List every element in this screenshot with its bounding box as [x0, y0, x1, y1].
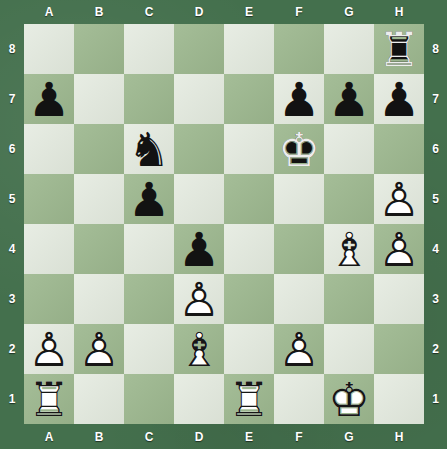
file-label-top-b: B	[74, 0, 124, 24]
file-label-bottom-a: A	[24, 424, 74, 449]
piece-white-pawn-icon[interactable]: ♟♙	[374, 174, 424, 224]
piece-black-king-icon[interactable]: ♚♔	[274, 124, 324, 174]
piece-white-pawn-icon[interactable]: ♟♙	[24, 324, 74, 374]
file-label-top-e: E	[224, 0, 274, 24]
square-c3[interactable]	[124, 274, 174, 324]
square-a2[interactable]: ♟♙	[24, 324, 74, 374]
file-label-top-a: A	[24, 0, 74, 24]
square-f1[interactable]	[274, 374, 324, 424]
piece-white-king-icon[interactable]: ♚♔	[324, 374, 374, 424]
piece-black-pawn-icon[interactable]: ♟	[324, 74, 374, 124]
square-g3[interactable]	[324, 274, 374, 324]
piece-glyph-fill: ♞	[124, 124, 174, 174]
square-h1[interactable]	[374, 374, 424, 424]
square-b7[interactable]	[74, 74, 124, 124]
rank-label-right-7: 7	[424, 74, 447, 124]
rank-labels-left: 87654321	[0, 24, 24, 424]
piece-glyph-outline: ♔	[324, 374, 374, 424]
piece-glyph-outline: ♙	[374, 174, 424, 224]
square-g6[interactable]	[324, 124, 374, 174]
piece-glyph-outline: ♙	[174, 274, 224, 324]
square-d2[interactable]: ♝♗	[174, 324, 224, 374]
square-c2[interactable]	[124, 324, 174, 374]
chess-board-frame: ABCDEFGH ABCDEFGH 87654321 87654321 ♜♖♟♟…	[0, 0, 447, 449]
piece-glyph-fill: ♟	[324, 74, 374, 124]
square-e1[interactable]: ♜♖	[224, 374, 274, 424]
square-d6[interactable]	[174, 124, 224, 174]
chess-board[interactable]: ♜♖♟♟♟♟♞♚♔♟♟♙♟♝♗♟♙♟♙♟♙♟♙♝♗♟♙♜♖♜♖♚♔	[24, 24, 424, 424]
rank-label-right-2: 2	[424, 324, 447, 374]
square-e5[interactable]	[224, 174, 274, 224]
square-a6[interactable]	[24, 124, 74, 174]
piece-glyph-outline: ♙	[74, 324, 124, 374]
piece-glyph-fill: ♟	[174, 224, 224, 274]
piece-black-pawn-icon[interactable]: ♟	[24, 74, 74, 124]
file-label-top-h: H	[374, 0, 424, 24]
square-d5[interactable]	[174, 174, 224, 224]
square-f5[interactable]	[274, 174, 324, 224]
square-e3[interactable]	[224, 274, 274, 324]
piece-glyph-fill: ♟	[374, 74, 424, 124]
rank-label-left-7: 7	[0, 74, 24, 124]
file-label-top-d: D	[174, 0, 224, 24]
file-label-bottom-e: E	[224, 424, 274, 449]
square-b1[interactable]	[74, 374, 124, 424]
square-e2[interactable]	[224, 324, 274, 374]
square-g4[interactable]: ♝♗	[324, 224, 374, 274]
square-b3[interactable]	[74, 274, 124, 324]
file-label-top-c: C	[124, 0, 174, 24]
square-f4[interactable]	[274, 224, 324, 274]
square-h5[interactable]: ♟♙	[374, 174, 424, 224]
square-a3[interactable]	[24, 274, 74, 324]
file-labels-top: ABCDEFGH	[24, 0, 424, 24]
square-b8[interactable]	[74, 24, 124, 74]
piece-white-pawn-icon[interactable]: ♟♙	[74, 324, 124, 374]
file-label-bottom-f: F	[274, 424, 324, 449]
square-a8[interactable]	[24, 24, 74, 74]
piece-black-knight-icon[interactable]: ♞	[124, 124, 174, 174]
rank-label-right-6: 6	[424, 124, 447, 174]
piece-glyph-outline: ♖	[24, 374, 74, 424]
piece-glyph-outline: ♖	[224, 374, 274, 424]
piece-glyph-fill: ♟	[24, 74, 74, 124]
rank-label-left-3: 3	[0, 274, 24, 324]
rank-label-left-1: 1	[0, 374, 24, 424]
rank-labels-right: 87654321	[424, 24, 447, 424]
square-h3[interactable]	[374, 274, 424, 324]
square-b4[interactable]	[74, 224, 124, 274]
piece-white-bishop-icon[interactable]: ♝♗	[174, 324, 224, 374]
file-label-bottom-h: H	[374, 424, 424, 449]
square-d1[interactable]	[174, 374, 224, 424]
square-g2[interactable]	[324, 324, 374, 374]
piece-black-pawn-icon[interactable]: ♟	[374, 74, 424, 124]
square-e4[interactable]	[224, 224, 274, 274]
piece-glyph-outline: ♖	[374, 24, 424, 74]
rank-label-right-5: 5	[424, 174, 447, 224]
square-b5[interactable]	[74, 174, 124, 224]
square-d7[interactable]	[174, 74, 224, 124]
piece-glyph-outline: ♙	[374, 224, 424, 274]
square-c5[interactable]: ♟	[124, 174, 174, 224]
piece-white-rook-icon[interactable]: ♜♖	[224, 374, 274, 424]
square-e8[interactable]	[224, 24, 274, 74]
piece-black-pawn-icon[interactable]: ♟	[174, 224, 224, 274]
file-labels-bottom: ABCDEFGH	[24, 424, 424, 449]
rank-label-right-8: 8	[424, 24, 447, 74]
square-d3[interactable]: ♟♙	[174, 274, 224, 324]
piece-white-pawn-icon[interactable]: ♟♙	[374, 224, 424, 274]
rank-label-left-2: 2	[0, 324, 24, 374]
square-b2[interactable]: ♟♙	[74, 324, 124, 374]
square-h2[interactable]	[374, 324, 424, 374]
file-label-bottom-g: G	[324, 424, 374, 449]
piece-white-pawn-icon[interactable]: ♟♙	[174, 274, 224, 324]
square-h4[interactable]: ♟♙	[374, 224, 424, 274]
square-f6[interactable]: ♚♔	[274, 124, 324, 174]
square-g5[interactable]	[324, 174, 374, 224]
square-h7[interactable]: ♟	[374, 74, 424, 124]
piece-black-pawn-icon[interactable]: ♟	[274, 74, 324, 124]
piece-glyph-outline: ♗	[324, 224, 374, 274]
square-c4[interactable]	[124, 224, 174, 274]
piece-glyph-fill: ♟	[124, 174, 174, 224]
rank-label-right-1: 1	[424, 374, 447, 424]
piece-white-pawn-icon[interactable]: ♟♙	[274, 324, 324, 374]
file-label-bottom-c: C	[124, 424, 174, 449]
square-h8[interactable]: ♜♖	[374, 24, 424, 74]
piece-black-pawn-icon[interactable]: ♟	[124, 174, 174, 224]
square-f2[interactable]: ♟♙	[274, 324, 324, 374]
piece-glyph-outline: ♙	[24, 324, 74, 374]
rank-label-left-8: 8	[0, 24, 24, 74]
square-c7[interactable]	[124, 74, 174, 124]
square-g7[interactable]: ♟	[324, 74, 374, 124]
square-e6[interactable]	[224, 124, 274, 174]
square-b6[interactable]	[74, 124, 124, 174]
rank-label-right-4: 4	[424, 224, 447, 274]
rank-label-left-5: 5	[0, 174, 24, 224]
piece-black-rook-icon[interactable]: ♜♖	[374, 24, 424, 74]
square-c6[interactable]: ♞	[124, 124, 174, 174]
square-d4[interactable]: ♟	[174, 224, 224, 274]
file-label-top-f: F	[274, 0, 324, 24]
rank-label-left-4: 4	[0, 224, 24, 274]
piece-glyph-outline: ♗	[174, 324, 224, 374]
piece-glyph-outline: ♔	[274, 124, 324, 174]
rank-label-left-6: 6	[0, 124, 24, 174]
square-f8[interactable]	[274, 24, 324, 74]
square-e7[interactable]	[224, 74, 274, 124]
square-g8[interactable]	[324, 24, 374, 74]
square-a7[interactable]: ♟	[24, 74, 74, 124]
rank-label-right-3: 3	[424, 274, 447, 324]
square-c1[interactable]	[124, 374, 174, 424]
square-f7[interactable]: ♟	[274, 74, 324, 124]
square-a1[interactable]: ♜♖	[24, 374, 74, 424]
square-a5[interactable]	[24, 174, 74, 224]
square-g1[interactable]: ♚♔	[324, 374, 374, 424]
square-h6[interactable]	[374, 124, 424, 174]
piece-white-bishop-icon[interactable]: ♝♗	[324, 224, 374, 274]
square-f3[interactable]	[274, 274, 324, 324]
square-a4[interactable]	[24, 224, 74, 274]
piece-glyph-outline: ♙	[274, 324, 324, 374]
file-label-bottom-d: D	[174, 424, 224, 449]
piece-glyph-fill: ♟	[274, 74, 324, 124]
square-d8[interactable]	[174, 24, 224, 74]
file-label-top-g: G	[324, 0, 374, 24]
square-c8[interactable]	[124, 24, 174, 74]
piece-white-rook-icon[interactable]: ♜♖	[24, 374, 74, 424]
file-label-bottom-b: B	[74, 424, 124, 449]
